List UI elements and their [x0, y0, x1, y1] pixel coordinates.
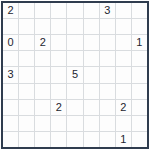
cell-r4c6[interactable]: [100, 67, 115, 82]
clue-cell-r0c6: 3: [100, 3, 115, 18]
cell-r1c1[interactable]: [19, 19, 34, 34]
cell-r1c4[interactable]: [67, 19, 82, 34]
cell-r8c2[interactable]: [35, 132, 50, 147]
cell-r7c6[interactable]: [100, 116, 115, 131]
cell-r3c6[interactable]: [100, 51, 115, 66]
cell-r0c3[interactable]: [51, 3, 66, 18]
cell-r5c2[interactable]: [35, 84, 50, 99]
cell-r8c8[interactable]: [132, 132, 147, 147]
cell-r7c7[interactable]: [116, 116, 131, 131]
cell-r6c1[interactable]: [19, 100, 34, 115]
clue-cell-r8c7: 1: [116, 132, 131, 147]
cell-r0c4[interactable]: [67, 3, 82, 18]
cell-r2c7[interactable]: [116, 35, 131, 50]
clue-cell-r2c0: 0: [3, 35, 18, 50]
cell-r2c5[interactable]: [84, 35, 99, 50]
cell-r0c5[interactable]: [84, 3, 99, 18]
cell-r8c4[interactable]: [67, 132, 82, 147]
cell-r3c5[interactable]: [84, 51, 99, 66]
cell-r5c6[interactable]: [100, 84, 115, 99]
cell-r5c0[interactable]: [3, 84, 18, 99]
clue-cell-r0c0: 2: [3, 3, 18, 18]
cell-r3c1[interactable]: [19, 51, 34, 66]
cell-r4c8[interactable]: [132, 67, 147, 82]
cell-r5c5[interactable]: [84, 84, 99, 99]
cell-r1c8[interactable]: [132, 19, 147, 34]
cell-r4c5[interactable]: [84, 67, 99, 82]
cell-r8c1[interactable]: [19, 132, 34, 147]
cell-r7c5[interactable]: [84, 116, 99, 131]
cell-r5c3[interactable]: [51, 84, 66, 99]
cell-r1c6[interactable]: [100, 19, 115, 34]
cell-r6c0[interactable]: [3, 100, 18, 115]
cell-r0c7[interactable]: [116, 3, 131, 18]
cell-r1c2[interactable]: [35, 19, 50, 34]
cell-r8c3[interactable]: [51, 132, 66, 147]
cell-r6c5[interactable]: [84, 100, 99, 115]
clue-cell-r2c2: 2: [35, 35, 50, 50]
cell-r2c1[interactable]: [19, 35, 34, 50]
cell-r2c6[interactable]: [100, 35, 115, 50]
cell-r1c3[interactable]: [51, 19, 66, 34]
clue-cell-r4c4: 5: [67, 67, 82, 82]
puzzle-page: 2302135221: [0, 0, 150, 150]
cell-r7c3[interactable]: [51, 116, 66, 131]
cell-r0c2[interactable]: [35, 3, 50, 18]
cell-r4c2[interactable]: [35, 67, 50, 82]
cell-r7c8[interactable]: [132, 116, 147, 131]
cell-r0c1[interactable]: [19, 3, 34, 18]
cell-r4c1[interactable]: [19, 67, 34, 82]
cell-r7c0[interactable]: [3, 116, 18, 131]
clue-cell-r6c3: 2: [51, 100, 66, 115]
cell-r0c8[interactable]: [132, 3, 147, 18]
cell-r7c4[interactable]: [67, 116, 82, 131]
cell-r2c4[interactable]: [67, 35, 82, 50]
cell-r7c2[interactable]: [35, 116, 50, 131]
cell-r6c2[interactable]: [35, 100, 50, 115]
cell-r4c7[interactable]: [116, 67, 131, 82]
puzzle-board: 2302135221: [1, 1, 149, 149]
cell-r3c7[interactable]: [116, 51, 131, 66]
cell-r6c8[interactable]: [132, 100, 147, 115]
clue-cell-r2c8: 1: [132, 35, 147, 50]
cell-r3c3[interactable]: [51, 51, 66, 66]
cell-r5c7[interactable]: [116, 84, 131, 99]
cell-r4c3[interactable]: [51, 67, 66, 82]
cell-r2c3[interactable]: [51, 35, 66, 50]
cell-r5c8[interactable]: [132, 84, 147, 99]
clue-cell-r6c7: 2: [116, 100, 131, 115]
cell-r3c2[interactable]: [35, 51, 50, 66]
cell-r1c0[interactable]: [3, 19, 18, 34]
cell-r1c5[interactable]: [84, 19, 99, 34]
cell-r3c0[interactable]: [3, 51, 18, 66]
cell-r8c6[interactable]: [100, 132, 115, 147]
cell-r3c8[interactable]: [132, 51, 147, 66]
cell-r5c4[interactable]: [67, 84, 82, 99]
cell-r5c1[interactable]: [19, 84, 34, 99]
cell-r1c7[interactable]: [116, 19, 131, 34]
cell-r3c4[interactable]: [67, 51, 82, 66]
cell-r6c6[interactable]: [100, 100, 115, 115]
cell-r8c0[interactable]: [3, 132, 18, 147]
cell-r6c4[interactable]: [67, 100, 82, 115]
clue-cell-r4c0: 3: [3, 67, 18, 82]
cell-r7c1[interactable]: [19, 116, 34, 131]
cell-r8c5[interactable]: [84, 132, 99, 147]
